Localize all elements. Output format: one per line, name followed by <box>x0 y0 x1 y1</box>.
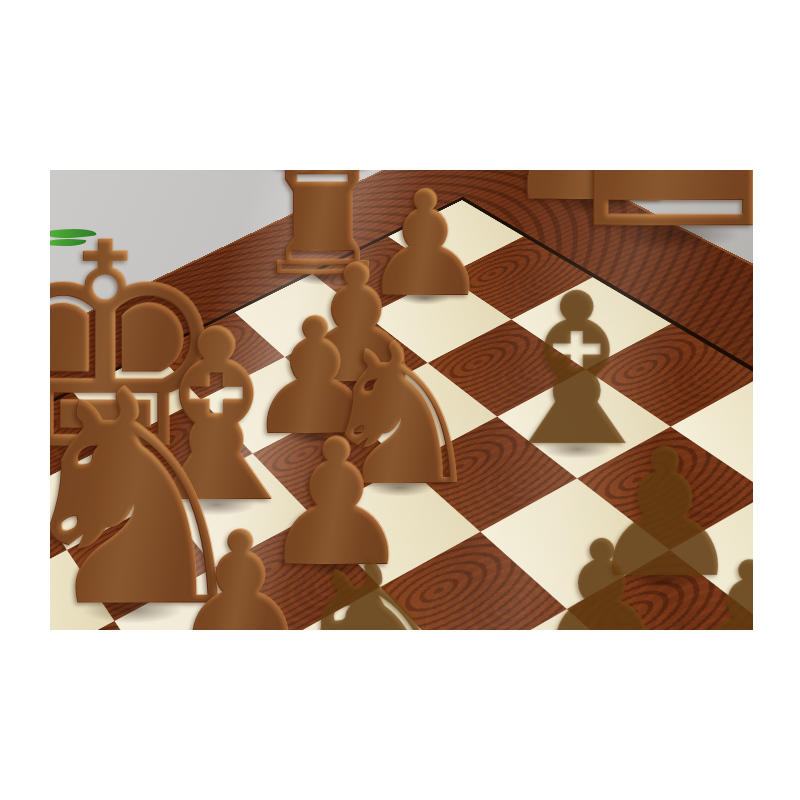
e4-light-pawn: ♟ <box>533 520 672 630</box>
chess-set-photo: ♟♛♜♟♟♟♝♚♞♝♟♟♞♟♟♟♞ <box>50 170 753 630</box>
g4-light-pawn: ♟ <box>685 542 753 630</box>
c4-light-knight: ♞ <box>273 531 484 630</box>
page: ♟♛♜♟♟♟♝♚♞♝♟♟♞♟♟♟♞ <box>0 0 800 800</box>
